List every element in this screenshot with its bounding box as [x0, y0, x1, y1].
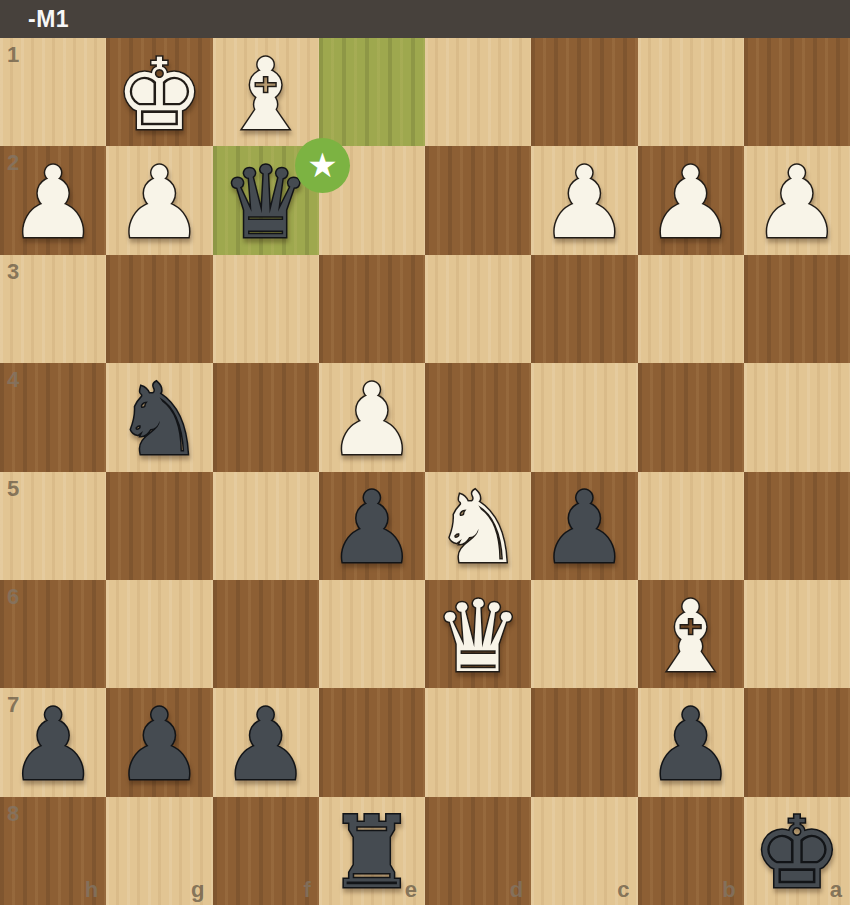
square-e8[interactable]: e♜ — [319, 797, 425, 905]
square-a3[interactable] — [744, 255, 850, 363]
square-a5[interactable] — [744, 472, 850, 580]
rank-label-1: 1 — [7, 42, 19, 68]
square-g4[interactable]: ♞ — [106, 363, 212, 471]
square-f5[interactable] — [213, 472, 319, 580]
best-move-star-badge: ★ — [295, 138, 350, 193]
black-pawn-e5[interactable]: ♟ — [327, 478, 416, 577]
white-pawn-c2[interactable]: ♟ — [540, 153, 629, 252]
square-d7[interactable] — [425, 688, 531, 796]
square-g1[interactable]: ♚ — [106, 38, 212, 146]
square-h1[interactable]: 1 — [0, 38, 106, 146]
square-c3[interactable] — [531, 255, 637, 363]
square-g7[interactable]: ♟ — [106, 688, 212, 796]
star-icon: ★ — [307, 148, 337, 182]
white-pawn-h2[interactable]: ♟ — [9, 153, 98, 252]
square-d6[interactable]: ♛ — [425, 580, 531, 688]
black-pawn-b7[interactable]: ♟ — [646, 695, 735, 794]
square-b1[interactable] — [638, 38, 744, 146]
white-pawn-e4[interactable]: ♟ — [327, 370, 416, 469]
rank-label-4: 4 — [7, 367, 19, 393]
square-b5[interactable] — [638, 472, 744, 580]
black-king-a8[interactable]: ♚ — [752, 803, 841, 902]
white-bishop-b6[interactable]: ♝ — [646, 587, 735, 686]
file-label-h: h — [85, 877, 98, 903]
square-c7[interactable] — [531, 688, 637, 796]
square-a6[interactable] — [744, 580, 850, 688]
square-d2[interactable] — [425, 146, 531, 254]
square-g8[interactable]: g — [106, 797, 212, 905]
square-b2[interactable]: ♟ — [638, 146, 744, 254]
chess-app-window: -M1 1♚♝2♟♟♛♟♟♟34♞♟5♟♞♟6♛♝7♟♟♟♟8hgfe♜dcba… — [0, 0, 850, 905]
square-h7[interactable]: 7♟ — [0, 688, 106, 796]
square-h5[interactable]: 5 — [0, 472, 106, 580]
black-pawn-c5[interactable]: ♟ — [540, 478, 629, 577]
black-pawn-f7[interactable]: ♟ — [221, 695, 310, 794]
square-a4[interactable] — [744, 363, 850, 471]
square-c2[interactable]: ♟ — [531, 146, 637, 254]
square-b7[interactable]: ♟ — [638, 688, 744, 796]
square-h3[interactable]: 3 — [0, 255, 106, 363]
chess-board[interactable]: 1♚♝2♟♟♛♟♟♟34♞♟5♟♞♟6♛♝7♟♟♟♟8hgfe♜dcba♚ ★ — [0, 38, 850, 905]
square-a7[interactable] — [744, 688, 850, 796]
square-e5[interactable]: ♟ — [319, 472, 425, 580]
evaluation-text: -M1 — [28, 6, 69, 33]
square-e4[interactable]: ♟ — [319, 363, 425, 471]
square-c8[interactable]: c — [531, 797, 637, 905]
white-bishop-f1[interactable]: ♝ — [221, 45, 310, 144]
square-b4[interactable] — [638, 363, 744, 471]
black-knight-g4[interactable]: ♞ — [115, 370, 204, 469]
file-label-b: b — [722, 877, 735, 903]
square-c4[interactable] — [531, 363, 637, 471]
white-pawn-b2[interactable]: ♟ — [646, 153, 735, 252]
file-label-d: d — [510, 877, 523, 903]
file-label-g: g — [191, 877, 204, 903]
square-d5[interactable]: ♞ — [425, 472, 531, 580]
square-e1[interactable] — [319, 38, 425, 146]
black-pawn-g7[interactable]: ♟ — [115, 695, 204, 794]
square-g5[interactable] — [106, 472, 212, 580]
square-f4[interactable] — [213, 363, 319, 471]
square-b6[interactable]: ♝ — [638, 580, 744, 688]
square-h6[interactable]: 6 — [0, 580, 106, 688]
square-d1[interactable] — [425, 38, 531, 146]
rank-label-5: 5 — [7, 476, 19, 502]
white-knight-d5[interactable]: ♞ — [434, 478, 523, 577]
rank-label-6: 6 — [7, 584, 19, 610]
square-f6[interactable] — [213, 580, 319, 688]
white-king-g1[interactable]: ♚ — [115, 45, 204, 144]
square-h2[interactable]: 2♟ — [0, 146, 106, 254]
square-g3[interactable] — [106, 255, 212, 363]
square-h8[interactable]: 8h — [0, 797, 106, 905]
square-f3[interactable] — [213, 255, 319, 363]
square-d8[interactable]: d — [425, 797, 531, 905]
square-h4[interactable]: 4 — [0, 363, 106, 471]
file-label-c: c — [617, 877, 629, 903]
square-c1[interactable] — [531, 38, 637, 146]
evaluation-bar: -M1 — [0, 0, 850, 38]
square-a2[interactable]: ♟ — [744, 146, 850, 254]
square-g2[interactable]: ♟ — [106, 146, 212, 254]
square-a1[interactable] — [744, 38, 850, 146]
white-queen-d6[interactable]: ♛ — [434, 587, 523, 686]
square-e7[interactable] — [319, 688, 425, 796]
black-pawn-h7[interactable]: ♟ — [9, 695, 98, 794]
square-c6[interactable] — [531, 580, 637, 688]
square-e6[interactable] — [319, 580, 425, 688]
square-f7[interactable]: ♟ — [213, 688, 319, 796]
square-a8[interactable]: a♚ — [744, 797, 850, 905]
square-b8[interactable]: b — [638, 797, 744, 905]
square-f1[interactable]: ♝ — [213, 38, 319, 146]
black-rook-e8[interactable]: ♜ — [327, 803, 416, 902]
rank-label-8: 8 — [7, 801, 19, 827]
square-e3[interactable] — [319, 255, 425, 363]
square-c5[interactable]: ♟ — [531, 472, 637, 580]
square-d3[interactable] — [425, 255, 531, 363]
file-label-f: f — [303, 877, 310, 903]
square-g6[interactable] — [106, 580, 212, 688]
white-pawn-g2[interactable]: ♟ — [115, 153, 204, 252]
white-pawn-a2[interactable]: ♟ — [752, 153, 841, 252]
rank-label-3: 3 — [7, 259, 19, 285]
square-d4[interactable] — [425, 363, 531, 471]
square-b3[interactable] — [638, 255, 744, 363]
square-f8[interactable]: f — [213, 797, 319, 905]
